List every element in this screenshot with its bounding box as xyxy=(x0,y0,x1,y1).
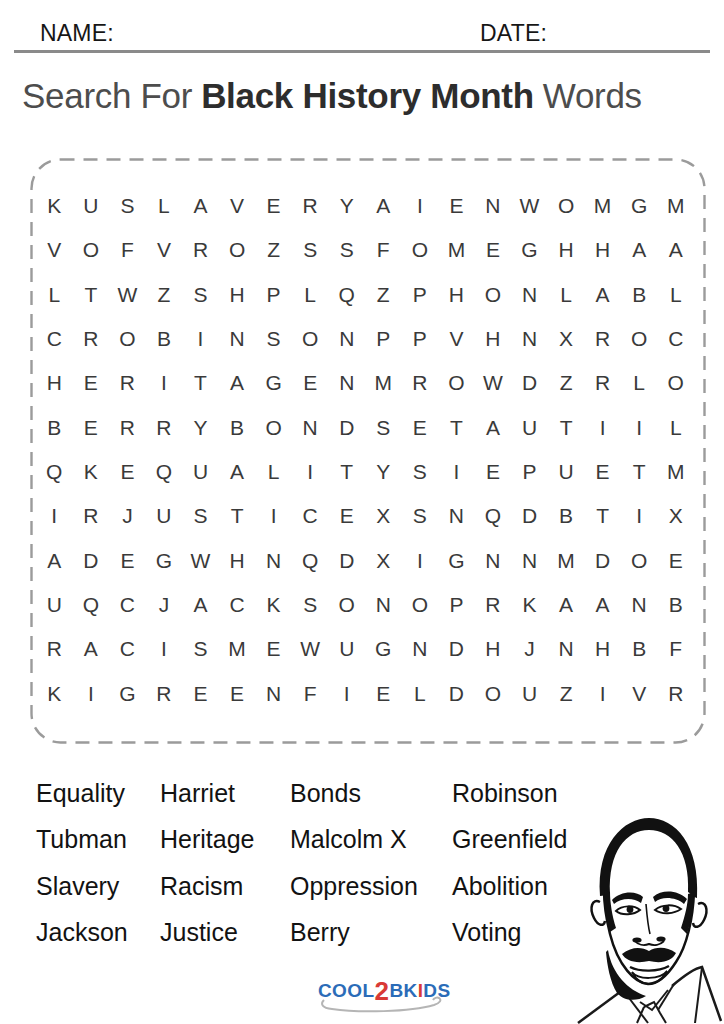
grid-cell-r5c9[interactable]: N xyxy=(328,361,365,405)
logo-segment: COOL xyxy=(318,980,375,1001)
grid-cell-r2c14[interactable]: G xyxy=(511,228,548,272)
grid-cell-r6c14[interactable]: U xyxy=(511,406,548,450)
grid-cell-r4c7[interactable]: S xyxy=(255,317,292,361)
grid-cell-r8c13[interactable]: Q xyxy=(475,494,512,538)
grid-cell-r7c13[interactable]: E xyxy=(475,450,512,494)
grid-cell-r3c2[interactable]: T xyxy=(73,273,110,317)
grid-cell-r12c12[interactable]: D xyxy=(438,672,475,716)
name-label: NAME: xyxy=(40,20,114,47)
grid-cell-r9c10[interactable]: X xyxy=(365,539,402,583)
title-highlight: Black History Month xyxy=(201,76,534,115)
grid-cell-r4c8[interactable]: O xyxy=(292,317,329,361)
grid-cell-r4c14[interactable]: N xyxy=(511,317,548,361)
grid-cell-r2c2[interactable]: O xyxy=(73,228,110,272)
grid-cell-r11c14[interactable]: J xyxy=(511,627,548,671)
grid-cell-r8c15[interactable]: B xyxy=(548,494,585,538)
grid-cell-r9c9[interactable]: D xyxy=(328,539,365,583)
grid-cell-r6c15[interactable]: T xyxy=(548,406,585,450)
grid-cell-r2c18[interactable]: A xyxy=(657,228,694,272)
grid-cell-r1c3[interactable]: S xyxy=(109,184,146,228)
page-title: Search ForBlack History MonthWords xyxy=(22,76,712,116)
grid-cell-r1c18[interactable]: M xyxy=(657,184,694,228)
grid-cell-r4c3[interactable]: O xyxy=(109,317,146,361)
grid-cell-r12c8[interactable]: F xyxy=(292,672,329,716)
word-item: Jackson xyxy=(36,910,160,957)
word-item: Heritage xyxy=(160,817,290,864)
grid-cell-r3c6[interactable]: H xyxy=(219,273,256,317)
grid-cell-r3c12[interactable]: H xyxy=(438,273,475,317)
grid-cell-r1c5[interactable]: A xyxy=(182,184,219,228)
grid-cell-r1c4[interactable]: L xyxy=(146,184,183,228)
grid-cell-r12c16[interactable]: I xyxy=(584,672,621,716)
word-item: Justice xyxy=(160,910,290,957)
grid-cell-r7c10[interactable]: Y xyxy=(365,450,402,494)
grid-cell-r10c12[interactable]: P xyxy=(438,583,475,627)
header-underline xyxy=(14,50,710,53)
grid-cell-r10c11[interactable]: O xyxy=(402,583,439,627)
grid-cell-r12c13[interactable]: O xyxy=(475,672,512,716)
grid-cell-r7c12[interactable]: I xyxy=(438,450,475,494)
grid-cell-r5c7[interactable]: G xyxy=(255,361,292,405)
grid-cell-r11c7[interactable]: E xyxy=(255,627,292,671)
brand-logo-text: COOL2BKIDS xyxy=(318,980,446,1002)
grid-cell-r2c17[interactable]: A xyxy=(621,228,658,272)
grid-cell-r7c6[interactable]: A xyxy=(219,450,256,494)
grid-cell-r7c14[interactable]: P xyxy=(511,450,548,494)
grid-cell-r2c5[interactable]: R xyxy=(182,228,219,272)
grid-cell-r3c15[interactable]: L xyxy=(548,273,585,317)
grid-cell-r6c18[interactable]: L xyxy=(657,406,694,450)
grid-cell-r6c2[interactable]: E xyxy=(73,406,110,450)
grid-cell-r11c8[interactable]: W xyxy=(292,627,329,671)
grid-cell-r1c6[interactable]: V xyxy=(219,184,256,228)
grid-cell-r8c2[interactable]: R xyxy=(73,494,110,538)
grid-cell-r10c2[interactable]: Q xyxy=(73,583,110,627)
grid-cell-r1c13[interactable]: N xyxy=(475,184,512,228)
grid-cell-r11c10[interactable]: G xyxy=(365,627,402,671)
worksheet-page: NAME: DATE: Search ForBlack History Mont… xyxy=(0,0,724,1024)
grid-cell-r3c3[interactable]: W xyxy=(109,273,146,317)
grid-cell-r7c4[interactable]: Q xyxy=(146,450,183,494)
grid-cell-r8c16[interactable]: T xyxy=(584,494,621,538)
grid-cell-r1c10[interactable]: A xyxy=(365,184,402,228)
date-label: DATE: xyxy=(480,20,547,47)
grid-cell-r11c17[interactable]: B xyxy=(621,627,658,671)
grid-cell-r9c12[interactable]: G xyxy=(438,539,475,583)
brand-logo: COOL2BKIDS xyxy=(318,980,446,1016)
grid-cell-r12c3[interactable]: G xyxy=(109,672,146,716)
grid-cell-r8c6[interactable]: T xyxy=(219,494,256,538)
grid-cell-r2c15[interactable]: H xyxy=(548,228,585,272)
grid-cell-r10c15[interactable]: A xyxy=(548,583,585,627)
grid-cell-r11c12[interactable]: D xyxy=(438,627,475,671)
grid-cell-r6c11[interactable]: E xyxy=(402,406,439,450)
grid-cell-r4c17[interactable]: O xyxy=(621,317,658,361)
grid-cell-r8c1[interactable]: I xyxy=(36,494,73,538)
grid-cell-r7c1[interactable]: Q xyxy=(36,450,73,494)
grid-cell-r4c2[interactable]: R xyxy=(73,317,110,361)
grid-cell-r9c17[interactable]: O xyxy=(621,539,658,583)
grid-cell-r6c3[interactable]: R xyxy=(109,406,146,450)
grid-cell-r12c2[interactable]: I xyxy=(73,672,110,716)
grid-cell-r10c16[interactable]: A xyxy=(584,583,621,627)
grid-cell-r3c14[interactable]: N xyxy=(511,273,548,317)
grid-cell-r2c11[interactable]: O xyxy=(402,228,439,272)
logo-segment: 2 xyxy=(375,976,390,1006)
grid-cell-r10c6[interactable]: C xyxy=(219,583,256,627)
grid-cell-r3c5[interactable]: S xyxy=(182,273,219,317)
grid-cell-r7c7[interactable]: L xyxy=(255,450,292,494)
grid-cell-r6c4[interactable]: R xyxy=(146,406,183,450)
word-item: Equality xyxy=(36,770,160,817)
grid-cell-r4c9[interactable]: N xyxy=(328,317,365,361)
grid-cell-r8c11[interactable]: S xyxy=(402,494,439,538)
grid-cell-r10c13[interactable]: R xyxy=(475,583,512,627)
grid-cell-r8c3[interactable]: J xyxy=(109,494,146,538)
grid-cell-r6c6[interactable]: B xyxy=(219,406,256,450)
grid-cell-r12c9[interactable]: I xyxy=(328,672,365,716)
grid-cell-r9c8[interactable]: Q xyxy=(292,539,329,583)
word-item: Tubman xyxy=(36,817,160,864)
grid-cell-r10c8[interactable]: S xyxy=(292,583,329,627)
grid-cell-r12c11[interactable]: L xyxy=(402,672,439,716)
grid-cell-r5c3[interactable]: R xyxy=(109,361,146,405)
grid-cell-r11c1[interactable]: R xyxy=(36,627,73,671)
grid-cell-r6c10[interactable]: S xyxy=(365,406,402,450)
wordsearch-board: KUSLAVERYAIENWOMGMVOFVROZSSFOMEGHHAALTWZ… xyxy=(30,158,706,744)
grid-cell-r8c9[interactable]: E xyxy=(328,494,365,538)
grid-cell-r9c7[interactable]: N xyxy=(255,539,292,583)
grid-cell-r3c9[interactable]: Q xyxy=(328,273,365,317)
grid-cell-r1c9[interactable]: Y xyxy=(328,184,365,228)
grid-cell-r9c1[interactable]: A xyxy=(36,539,73,583)
grid-cell-r3c11[interactable]: P xyxy=(402,273,439,317)
grid-cell-r10c10[interactable]: N xyxy=(365,583,402,627)
word-item: Berry xyxy=(290,910,452,957)
grid-cell-r1c15[interactable]: O xyxy=(548,184,585,228)
grid-cell-r10c1[interactable]: U xyxy=(36,583,73,627)
grid-cell-r6c7[interactable]: O xyxy=(255,406,292,450)
grid-cell-r4c15[interactable]: X xyxy=(548,317,585,361)
grid-cell-r12c6[interactable]: E xyxy=(219,672,256,716)
mlk-portrait-illustration xyxy=(574,814,724,1024)
grid-cell-r2c1[interactable]: V xyxy=(36,228,73,272)
grid-cell-r6c8[interactable]: N xyxy=(292,406,329,450)
grid-cell-r9c13[interactable]: N xyxy=(475,539,512,583)
grid-cell-r5c16[interactable]: R xyxy=(584,361,621,405)
grid-cell-r12c1[interactable]: K xyxy=(36,672,73,716)
grid-cell-r1c17[interactable]: G xyxy=(621,184,658,228)
grid-cell-r3c16[interactable]: A xyxy=(584,273,621,317)
grid-cell-r10c5[interactable]: A xyxy=(182,583,219,627)
word-list: EqualityHarrietBondsRobinsonTubmanHerita… xyxy=(36,770,612,956)
grid-cell-r8c12[interactable]: N xyxy=(438,494,475,538)
grid-cell-r8c8[interactable]: C xyxy=(292,494,329,538)
grid-cell-r3c1[interactable]: L xyxy=(36,273,73,317)
grid-cell-r6c13[interactable]: A xyxy=(475,406,512,450)
grid-cell-r9c6[interactable]: H xyxy=(219,539,256,583)
grid-cell-r4c6[interactable]: N xyxy=(219,317,256,361)
grid-cell-r11c18[interactable]: F xyxy=(657,627,694,671)
grid-cell-r1c1[interactable]: K xyxy=(36,184,73,228)
grid-cell-r7c8[interactable]: I xyxy=(292,450,329,494)
title-prefix: Search For xyxy=(22,76,192,115)
grid-cell-r3c7[interactable]: P xyxy=(255,273,292,317)
grid-cell-r10c14[interactable]: K xyxy=(511,583,548,627)
grid-cell-r7c11[interactable]: S xyxy=(402,450,439,494)
grid-cell-r4c4[interactable]: B xyxy=(146,317,183,361)
logo-segment: DS xyxy=(423,980,450,1001)
grid-cell-r8c17[interactable]: I xyxy=(621,494,658,538)
grid-cell-r6c16[interactable]: I xyxy=(584,406,621,450)
word-item: Racism xyxy=(160,863,290,910)
grid-cell-r4c1[interactable]: C xyxy=(36,317,73,361)
grid-cell-r9c5[interactable]: W xyxy=(182,539,219,583)
grid-cell-r4c10[interactable]: P xyxy=(365,317,402,361)
wordsearch-grid: KUSLAVERYAIENWOMGMVOFVROZSSFOMEGHHAALTWZ… xyxy=(32,160,704,742)
grid-cell-r5c5[interactable]: T xyxy=(182,361,219,405)
grid-cell-r7c5[interactable]: U xyxy=(182,450,219,494)
grid-cell-r9c4[interactable]: G xyxy=(146,539,183,583)
grid-cell-r5c4[interactable]: I xyxy=(146,361,183,405)
grid-cell-r2c7[interactable]: Z xyxy=(255,228,292,272)
grid-cell-r10c9[interactable]: O xyxy=(328,583,365,627)
grid-cell-r5c14[interactable]: D xyxy=(511,361,548,405)
grid-cell-r7c18[interactable]: M xyxy=(657,450,694,494)
grid-cell-r5c11[interactable]: R xyxy=(402,361,439,405)
grid-cell-r3c4[interactable]: Z xyxy=(146,273,183,317)
grid-cell-r1c11[interactable]: I xyxy=(402,184,439,228)
grid-cell-r8c14[interactable]: D xyxy=(511,494,548,538)
grid-cell-r2c10[interactable]: F xyxy=(365,228,402,272)
grid-cell-r9c15[interactable]: M xyxy=(548,539,585,583)
title-suffix: Words xyxy=(543,76,642,115)
grid-cell-r12c4[interactable]: R xyxy=(146,672,183,716)
grid-cell-r2c13[interactable]: E xyxy=(475,228,512,272)
grid-cell-r11c13[interactable]: H xyxy=(475,627,512,671)
grid-cell-r6c17[interactable]: I xyxy=(621,406,658,450)
grid-cell-r3c13[interactable]: O xyxy=(475,273,512,317)
grid-cell-r6c5[interactable]: Y xyxy=(182,406,219,450)
grid-cell-r3c10[interactable]: Z xyxy=(365,273,402,317)
grid-cell-r11c2[interactable]: A xyxy=(73,627,110,671)
grid-cell-r5c17[interactable]: L xyxy=(621,361,658,405)
word-item: Bonds xyxy=(290,770,452,817)
grid-cell-r12c10[interactable]: E xyxy=(365,672,402,716)
grid-cell-r11c3[interactable]: C xyxy=(109,627,146,671)
grid-cell-r9c2[interactable]: D xyxy=(73,539,110,583)
grid-cell-r10c3[interactable]: C xyxy=(109,583,146,627)
grid-cell-r12c15[interactable]: Z xyxy=(548,672,585,716)
grid-cell-r5c15[interactable]: Z xyxy=(548,361,585,405)
grid-cell-r4c13[interactable]: H xyxy=(475,317,512,361)
grid-cell-r1c12[interactable]: E xyxy=(438,184,475,228)
grid-cell-r7c15[interactable]: U xyxy=(548,450,585,494)
grid-cell-r5c10[interactable]: M xyxy=(365,361,402,405)
grid-cell-r9c11[interactable]: I xyxy=(402,539,439,583)
grid-cell-r4c18[interactable]: C xyxy=(657,317,694,361)
grid-cell-r5c12[interactable]: O xyxy=(438,361,475,405)
grid-cell-r12c5[interactable]: E xyxy=(182,672,219,716)
grid-cell-r3c8[interactable]: L xyxy=(292,273,329,317)
grid-cell-r10c4[interactable]: J xyxy=(146,583,183,627)
grid-cell-r2c9[interactable]: S xyxy=(328,228,365,272)
grid-cell-r2c16[interactable]: H xyxy=(584,228,621,272)
grid-cell-r4c11[interactable]: P xyxy=(402,317,439,361)
grid-cell-r8c10[interactable]: X xyxy=(365,494,402,538)
word-item: Oppression xyxy=(290,863,452,910)
word-item: Robinson xyxy=(452,770,612,817)
grid-cell-r5c2[interactable]: E xyxy=(73,361,110,405)
grid-cell-r8c5[interactable]: S xyxy=(182,494,219,538)
grid-cell-r5c1[interactable]: H xyxy=(36,361,73,405)
grid-cell-r9c16[interactable]: D xyxy=(584,539,621,583)
grid-cell-r11c16[interactable]: H xyxy=(584,627,621,671)
grid-cell-r3c18[interactable]: L xyxy=(657,273,694,317)
word-item: Harriet xyxy=(160,770,290,817)
grid-cell-r2c12[interactable]: M xyxy=(438,228,475,272)
grid-cell-r2c4[interactable]: V xyxy=(146,228,183,272)
grid-cell-r10c17[interactable]: N xyxy=(621,583,658,627)
grid-cell-r7c9[interactable]: T xyxy=(328,450,365,494)
grid-cell-r1c16[interactable]: M xyxy=(584,184,621,228)
grid-cell-r1c8[interactable]: R xyxy=(292,184,329,228)
grid-cell-r9c3[interactable]: E xyxy=(109,539,146,583)
grid-cell-r12c18[interactable]: R xyxy=(657,672,694,716)
grid-cell-r7c16[interactable]: E xyxy=(584,450,621,494)
grid-cell-r2c6[interactable]: O xyxy=(219,228,256,272)
grid-cell-r5c18[interactable]: O xyxy=(657,361,694,405)
grid-cell-r7c3[interactable]: E xyxy=(109,450,146,494)
grid-cell-r11c15[interactable]: N xyxy=(548,627,585,671)
grid-cell-r11c11[interactable]: N xyxy=(402,627,439,671)
grid-cell-r12c17[interactable]: V xyxy=(621,672,658,716)
grid-cell-r9c14[interactable]: N xyxy=(511,539,548,583)
grid-cell-r9c18[interactable]: E xyxy=(657,539,694,583)
grid-cell-r10c7[interactable]: K xyxy=(255,583,292,627)
grid-cell-r12c7[interactable]: N xyxy=(255,672,292,716)
grid-cell-r4c5[interactable]: I xyxy=(182,317,219,361)
grid-cell-r11c6[interactable]: M xyxy=(219,627,256,671)
grid-cell-r12c14[interactable]: U xyxy=(511,672,548,716)
grid-cell-r1c7[interactable]: E xyxy=(255,184,292,228)
grid-cell-r8c4[interactable]: U xyxy=(146,494,183,538)
grid-cell-r4c12[interactable]: V xyxy=(438,317,475,361)
grid-cell-r8c7[interactable]: I xyxy=(255,494,292,538)
grid-cell-r6c12[interactable]: T xyxy=(438,406,475,450)
grid-cell-r11c5[interactable]: S xyxy=(182,627,219,671)
grid-cell-r3c17[interactable]: B xyxy=(621,273,658,317)
grid-cell-r6c9[interactable]: D xyxy=(328,406,365,450)
grid-cell-r6c1[interactable]: B xyxy=(36,406,73,450)
grid-cell-r7c17[interactable]: T xyxy=(621,450,658,494)
grid-cell-r2c8[interactable]: S xyxy=(292,228,329,272)
grid-cell-r7c2[interactable]: K xyxy=(73,450,110,494)
grid-cell-r5c6[interactable]: A xyxy=(219,361,256,405)
logo-segment: BK xyxy=(389,980,417,1001)
grid-cell-r1c2[interactable]: U xyxy=(73,184,110,228)
grid-cell-r2c3[interactable]: F xyxy=(109,228,146,272)
word-item: Malcolm X xyxy=(290,817,452,864)
grid-cell-r4c16[interactable]: R xyxy=(584,317,621,361)
grid-cell-r10c18[interactable]: B xyxy=(657,583,694,627)
grid-cell-r5c8[interactable]: E xyxy=(292,361,329,405)
grid-cell-r5c13[interactable]: W xyxy=(475,361,512,405)
grid-cell-r11c4[interactable]: I xyxy=(146,627,183,671)
word-item: Slavery xyxy=(36,863,160,910)
grid-cell-r8c18[interactable]: X xyxy=(657,494,694,538)
grid-cell-r1c14[interactable]: W xyxy=(511,184,548,228)
grid-cell-r11c9[interactable]: U xyxy=(328,627,365,671)
